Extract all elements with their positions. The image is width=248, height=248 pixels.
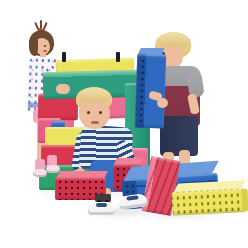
girl-eye — [44, 45, 46, 47]
boy-fringe — [157, 34, 190, 47]
sneaker-strap — [96, 203, 107, 207]
yellow-long-block-side-face — [172, 188, 246, 216]
toddler-eye-left — [87, 111, 90, 114]
block-peg — [116, 52, 120, 62]
yellow-long-block-end-face — [241, 189, 248, 211]
girl-hands — [56, 84, 70, 94]
toddler-eye-right — [99, 111, 102, 114]
girl-shoe-left — [33, 169, 47, 177]
block-peg — [62, 52, 66, 62]
girl-hair-side — [29, 40, 38, 56]
girl-shoe-right — [46, 165, 60, 173]
scene-photo — [0, 0, 248, 248]
yellow-long-block — [171, 180, 248, 220]
sneaker-strap — [127, 195, 139, 201]
toddler-sneaker-left — [88, 202, 115, 215]
toddler-fringe — [78, 90, 111, 102]
girl-mouth — [43, 50, 47, 52]
boy-trousers — [160, 116, 198, 156]
toddler-mouth — [91, 121, 99, 124]
